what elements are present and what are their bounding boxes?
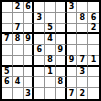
cell-r9c4[interactable] xyxy=(34,88,45,99)
cell-r2c9[interactable]: 6 xyxy=(88,13,99,24)
cell-r2c7[interactable] xyxy=(67,13,78,24)
cell-r5c4[interactable]: 6 xyxy=(34,45,45,56)
cell-r8c1[interactable]: 6 xyxy=(2,77,13,88)
cell-r1c6[interactable] xyxy=(56,2,67,13)
cell-r4c9[interactable] xyxy=(88,34,99,45)
cell-r4c7[interactable] xyxy=(67,34,78,45)
cell-r2c3[interactable] xyxy=(24,13,35,24)
cell-r2c6[interactable] xyxy=(56,13,67,24)
cell-r6c2[interactable] xyxy=(13,56,24,67)
cell-r1c9[interactable] xyxy=(88,2,99,13)
cell-r5c8[interactable] xyxy=(77,45,88,56)
cell-r7c1[interactable]: 5 xyxy=(2,67,13,78)
cell-r3c6[interactable] xyxy=(56,24,67,35)
cell-r3c4[interactable] xyxy=(34,24,45,35)
cell-r6c4[interactable] xyxy=(34,56,45,67)
cell-r9c7[interactable]: 7 xyxy=(67,88,78,99)
cell-r2c2[interactable] xyxy=(13,13,24,24)
cell-r2c8[interactable]: 8 xyxy=(77,13,88,24)
cell-r1c3[interactable]: 6 xyxy=(24,2,35,13)
cell-r4c2[interactable]: 8 xyxy=(13,34,24,45)
cell-r5c1[interactable] xyxy=(2,45,13,56)
cell-r4c3[interactable]: 9 xyxy=(24,34,35,45)
cell-r7c6[interactable] xyxy=(56,67,67,78)
cell-r5c2[interactable] xyxy=(13,45,24,56)
cell-r2c1[interactable] xyxy=(2,13,13,24)
cell-r6c1[interactable] xyxy=(2,56,13,67)
cell-r5c7[interactable] xyxy=(67,45,78,56)
cell-r9c5[interactable] xyxy=(45,88,56,99)
cell-r1c7[interactable]: 3 xyxy=(67,2,78,13)
cell-r3c5[interactable]: 5 xyxy=(45,24,56,35)
cell-r5c3[interactable] xyxy=(24,45,35,56)
cell-r8c8[interactable] xyxy=(77,77,88,88)
cell-r6c6[interactable] xyxy=(56,56,67,67)
cell-r7c4[interactable] xyxy=(34,67,45,78)
cell-r6c7[interactable]: 9 xyxy=(67,56,78,67)
cell-r7c8[interactable]: 3 xyxy=(77,67,88,78)
cell-r4c5[interactable]: 4 xyxy=(45,34,56,45)
cell-r5c6[interactable]: 9 xyxy=(56,45,67,56)
cell-r8c6[interactable]: 8 xyxy=(56,77,67,88)
cell-r2c5[interactable] xyxy=(45,13,56,24)
cell-r3c3[interactable] xyxy=(24,24,35,35)
cell-r7c5[interactable]: 1 xyxy=(45,67,56,78)
cell-r6c5[interactable]: 8 xyxy=(45,56,56,67)
cell-r7c7[interactable] xyxy=(67,67,78,78)
cell-r6c9[interactable]: 1 xyxy=(88,56,99,67)
cell-r4c4[interactable] xyxy=(34,34,45,45)
cell-r2c4[interactable]: 3 xyxy=(34,13,45,24)
cell-r8c4[interactable] xyxy=(34,77,45,88)
cell-r3c1[interactable] xyxy=(2,24,13,35)
cell-r3c8[interactable] xyxy=(77,24,88,35)
cell-r8c2[interactable]: 4 xyxy=(13,77,24,88)
cell-r1c1[interactable] xyxy=(2,2,13,13)
cell-r8c9[interactable] xyxy=(88,77,99,88)
cell-r4c1[interactable]: 7 xyxy=(2,34,13,45)
cell-r6c8[interactable]: 7 xyxy=(77,56,88,67)
cell-r4c8[interactable] xyxy=(77,34,88,45)
cell-r9c2[interactable] xyxy=(13,88,24,99)
cell-r5c5[interactable] xyxy=(45,45,56,56)
cell-r4c6[interactable] xyxy=(56,34,67,45)
cell-r9c8[interactable]: 2 xyxy=(77,88,88,99)
cell-r3c2[interactable]: 7 xyxy=(13,24,24,35)
cell-r8c3[interactable] xyxy=(24,77,35,88)
cell-r7c3[interactable] xyxy=(24,67,35,78)
cell-r5c9[interactable] xyxy=(88,45,99,56)
cell-r1c2[interactable]: 2 xyxy=(13,2,24,13)
cell-r8c7[interactable] xyxy=(67,77,78,88)
cell-r1c4[interactable] xyxy=(34,2,45,13)
cell-r6c3[interactable] xyxy=(24,56,35,67)
sudoku-board: 2633867527894698971513648372 xyxy=(0,0,101,101)
cell-r9c6[interactable] xyxy=(56,88,67,99)
cell-r3c9[interactable]: 2 xyxy=(88,24,99,35)
cell-r9c1[interactable] xyxy=(2,88,13,99)
cell-r1c8[interactable] xyxy=(77,2,88,13)
cell-r1c5[interactable] xyxy=(45,2,56,13)
cell-r9c3[interactable]: 3 xyxy=(24,88,35,99)
cell-r9c9[interactable] xyxy=(88,88,99,99)
cell-r7c2[interactable] xyxy=(13,67,24,78)
cell-r7c9[interactable] xyxy=(88,67,99,78)
cell-r3c7[interactable] xyxy=(67,24,78,35)
cell-r8c5[interactable] xyxy=(45,77,56,88)
